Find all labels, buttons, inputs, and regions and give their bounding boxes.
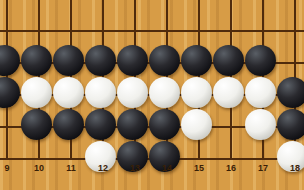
stone-black-col9-row3[interactable] — [0, 77, 20, 108]
stone-black-col15-row4[interactable] — [181, 45, 212, 76]
column-label-11: 11 — [59, 163, 83, 174]
stone-white-col11-row3[interactable] — [53, 77, 84, 108]
stone-black-col16-row4[interactable] — [213, 45, 244, 76]
stone-white-col14-row3[interactable] — [149, 77, 180, 108]
stone-white-col16-row3[interactable] — [213, 77, 244, 108]
stone-white-col15-row2[interactable] — [181, 109, 212, 140]
stone-black-col13-row2[interactable] — [117, 109, 148, 140]
stone-black-col13-row4[interactable] — [117, 45, 148, 76]
column-label-17: 17 — [251, 163, 275, 174]
column-label-15: 15 — [187, 163, 211, 174]
stone-black-col14-row4[interactable] — [149, 45, 180, 76]
column-label-9: 9 — [0, 163, 19, 174]
column-label-12: 12 — [91, 163, 115, 174]
stone-black-col10-row2[interactable] — [21, 109, 52, 140]
stone-black-col18-row2[interactable] — [277, 109, 304, 140]
stone-black-col18-row3[interactable] — [277, 77, 304, 108]
horizontal-line-row-5 — [0, 30, 304, 32]
go-board[interactable]: 9101112131415161718 — [0, 0, 304, 190]
stone-black-col9-row4[interactable] — [0, 45, 20, 76]
stone-black-col11-row2[interactable] — [53, 109, 84, 140]
stone-black-col10-row4[interactable] — [21, 45, 52, 76]
column-label-13: 13 — [123, 163, 147, 174]
stone-white-col17-row2[interactable] — [245, 109, 276, 140]
stone-white-col10-row3[interactable] — [21, 77, 52, 108]
column-label-16: 16 — [219, 163, 243, 174]
stone-black-col12-row2[interactable] — [85, 109, 116, 140]
stone-black-col17-row4[interactable] — [245, 45, 276, 76]
column-label-10: 10 — [27, 163, 51, 174]
stone-black-col14-row2[interactable] — [149, 109, 180, 140]
stone-black-col12-row4[interactable] — [85, 45, 116, 76]
stone-white-col15-row3[interactable] — [181, 77, 212, 108]
column-label-14: 14 — [155, 163, 179, 174]
stone-white-col13-row3[interactable] — [117, 77, 148, 108]
stone-white-col17-row3[interactable] — [245, 77, 276, 108]
stone-white-col12-row3[interactable] — [85, 77, 116, 108]
column-label-18: 18 — [283, 163, 304, 174]
stone-black-col11-row4[interactable] — [53, 45, 84, 76]
